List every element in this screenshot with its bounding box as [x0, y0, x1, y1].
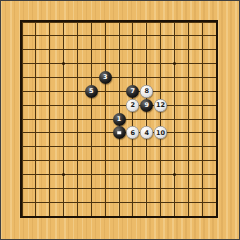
stone-move-number: 9 — [144, 102, 149, 109]
stone-white-8: 8 — [140, 85, 153, 98]
star-point — [173, 62, 176, 65]
stone-white-2: 2 — [126, 99, 139, 112]
stone-white-12: 12 — [154, 99, 167, 112]
gomoku-board-screen: 1234567891012 — [0, 0, 240, 240]
stone-move-number: 2 — [131, 102, 136, 109]
stone-move-number: 3 — [103, 74, 108, 81]
stone-move-number: 5 — [89, 88, 94, 95]
star-point — [62, 173, 65, 176]
stone-move-number: 10 — [156, 130, 165, 137]
stone-black-11 — [113, 126, 126, 139]
stone-move-number: 7 — [131, 88, 136, 95]
stone-move-number: 1 — [117, 116, 122, 123]
stone-black-3: 3 — [99, 71, 112, 84]
stone-black-5: 5 — [85, 85, 98, 98]
stone-move-number: 6 — [131, 130, 136, 137]
stone-move-number: 12 — [156, 102, 165, 109]
stone-black-1: 1 — [113, 113, 126, 126]
stone-move-number: 4 — [144, 130, 149, 137]
current-move-marker — [117, 131, 121, 135]
stone-move-number: 8 — [144, 88, 149, 95]
stone-black-9: 9 — [140, 99, 153, 112]
board-grid[interactable]: 1234567891012 — [1, 1, 240, 240]
star-point — [173, 173, 176, 176]
